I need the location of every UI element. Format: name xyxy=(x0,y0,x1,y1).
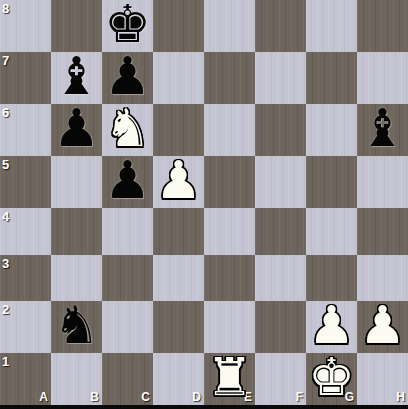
square-c4[interactable] xyxy=(102,208,153,255)
square-e6[interactable] xyxy=(204,104,255,156)
file-label-b: B xyxy=(90,391,99,403)
square-b4[interactable] xyxy=(51,208,102,255)
piece-black-pawn[interactable]: ♟ xyxy=(104,50,151,102)
square-e4[interactable] xyxy=(204,208,255,255)
square-c1[interactable]: C xyxy=(102,353,153,405)
square-b1[interactable]: B xyxy=(51,353,102,405)
square-d1[interactable]: D xyxy=(153,353,204,405)
piece-white-king[interactable]: ♚ xyxy=(308,351,355,403)
rank-label-4: 4 xyxy=(2,210,9,223)
square-a4[interactable]: 4 xyxy=(0,208,51,255)
rank-label-2: 2 xyxy=(2,303,9,316)
square-h7[interactable] xyxy=(357,52,408,104)
square-b6[interactable]: ♟ xyxy=(51,104,102,156)
square-a2[interactable]: 2 xyxy=(0,301,51,353)
square-e2[interactable] xyxy=(204,301,255,353)
square-d3[interactable] xyxy=(153,255,204,302)
square-a5[interactable]: 5 xyxy=(0,156,51,208)
rank-label-6: 6 xyxy=(2,106,9,119)
piece-black-bishop[interactable]: ♝ xyxy=(359,102,406,154)
square-a8[interactable]: 8 xyxy=(0,0,51,52)
square-h8[interactable] xyxy=(357,0,408,52)
square-f7[interactable] xyxy=(255,52,306,104)
square-d2[interactable] xyxy=(153,301,204,353)
square-h1[interactable]: H xyxy=(357,353,408,405)
square-b7[interactable]: ♝ xyxy=(51,52,102,104)
square-g1[interactable]: G♚ xyxy=(306,353,357,405)
file-label-f: F xyxy=(296,391,303,403)
piece-black-pawn[interactable]: ♟ xyxy=(104,154,151,206)
square-c6[interactable]: ♞ xyxy=(102,104,153,156)
square-f5[interactable] xyxy=(255,156,306,208)
piece-white-pawn[interactable]: ♟ xyxy=(155,154,202,206)
file-label-d: D xyxy=(192,391,201,403)
square-a1[interactable]: 1A xyxy=(0,353,51,405)
square-f6[interactable] xyxy=(255,104,306,156)
square-g5[interactable] xyxy=(306,156,357,208)
square-c3[interactable] xyxy=(102,255,153,302)
chess-app-window: 8♚7♝♟6♟♞♝5♟♟432♞♟♟1ABCDE♜FG♚H xyxy=(0,0,408,409)
square-a6[interactable]: 6 xyxy=(0,104,51,156)
rank-label-8: 8 xyxy=(2,2,9,15)
square-c7[interactable]: ♟ xyxy=(102,52,153,104)
piece-white-rook[interactable]: ♜ xyxy=(206,351,253,403)
square-e5[interactable] xyxy=(204,156,255,208)
square-c5[interactable]: ♟ xyxy=(102,156,153,208)
square-f8[interactable] xyxy=(255,0,306,52)
square-g2[interactable]: ♟ xyxy=(306,301,357,353)
square-b2[interactable]: ♞ xyxy=(51,301,102,353)
square-f3[interactable] xyxy=(255,255,306,302)
square-g4[interactable] xyxy=(306,208,357,255)
piece-black-pawn[interactable]: ♟ xyxy=(53,102,100,154)
piece-black-king[interactable]: ♚ xyxy=(104,0,151,50)
square-f2[interactable] xyxy=(255,301,306,353)
square-h2[interactable]: ♟ xyxy=(357,301,408,353)
square-d7[interactable] xyxy=(153,52,204,104)
square-d5[interactable]: ♟ xyxy=(153,156,204,208)
square-a7[interactable]: 7 xyxy=(0,52,51,104)
square-e8[interactable] xyxy=(204,0,255,52)
square-f4[interactable] xyxy=(255,208,306,255)
square-h5[interactable] xyxy=(357,156,408,208)
square-c2[interactable] xyxy=(102,301,153,353)
piece-white-pawn[interactable]: ♟ xyxy=(359,299,406,351)
square-c8[interactable]: ♚ xyxy=(102,0,153,52)
rank-label-3: 3 xyxy=(2,257,9,270)
square-d4[interactable] xyxy=(153,208,204,255)
chess-board: 8♚7♝♟6♟♞♝5♟♟432♞♟♟1ABCDE♜FG♚H xyxy=(0,0,408,405)
square-h6[interactable]: ♝ xyxy=(357,104,408,156)
piece-black-bishop[interactable]: ♝ xyxy=(53,50,100,102)
file-label-a: A xyxy=(39,391,48,403)
square-e3[interactable] xyxy=(204,255,255,302)
file-label-c: C xyxy=(141,391,150,403)
square-e7[interactable] xyxy=(204,52,255,104)
file-label-h: H xyxy=(396,391,405,403)
piece-black-knight[interactable]: ♞ xyxy=(53,299,100,351)
piece-white-pawn[interactable]: ♟ xyxy=(308,299,355,351)
square-g7[interactable] xyxy=(306,52,357,104)
square-f1[interactable]: F xyxy=(255,353,306,405)
piece-white-knight[interactable]: ♞ xyxy=(104,102,151,154)
rank-label-7: 7 xyxy=(2,54,9,67)
square-h4[interactable] xyxy=(357,208,408,255)
square-d6[interactable] xyxy=(153,104,204,156)
rank-label-1: 1 xyxy=(2,355,9,368)
square-g6[interactable] xyxy=(306,104,357,156)
square-e1[interactable]: E♜ xyxy=(204,353,255,405)
square-b8[interactable] xyxy=(51,0,102,52)
square-d8[interactable] xyxy=(153,0,204,52)
rank-label-5: 5 xyxy=(2,158,9,171)
square-b5[interactable] xyxy=(51,156,102,208)
square-a3[interactable]: 3 xyxy=(0,255,51,302)
square-g8[interactable] xyxy=(306,0,357,52)
